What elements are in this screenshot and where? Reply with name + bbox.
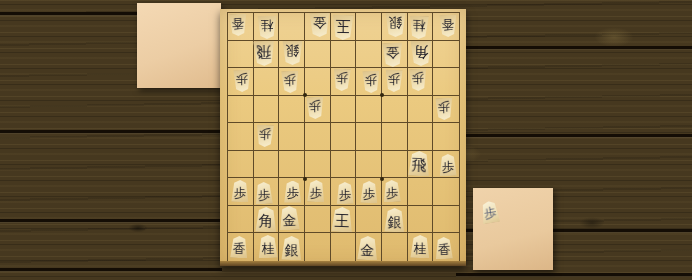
piece-kanji: 金 — [360, 239, 375, 257]
board-cell[interactable]: 銀 — [279, 41, 305, 69]
shogi-piece[interactable]: 歩 — [233, 70, 251, 92]
plank-seam — [0, 268, 222, 271]
captured-piece[interactable]: 歩 — [479, 200, 500, 225]
piece-kanji: 金 — [282, 209, 297, 227]
piece-kanji: 歩 — [310, 182, 323, 199]
shogi-piece[interactable]: 金 — [279, 206, 301, 231]
plank-seam — [456, 273, 692, 276]
board-cell[interactable] — [254, 96, 280, 124]
piece-kanji: 桂 — [261, 238, 274, 255]
board-cell[interactable]: 銀 — [279, 233, 305, 261]
board-cell[interactable] — [356, 13, 382, 41]
board-cell[interactable] — [279, 151, 305, 179]
shogi-piece[interactable]: 金 — [309, 13, 330, 37]
board-cell[interactable] — [228, 206, 254, 234]
shogi-piece[interactable]: 歩 — [361, 71, 379, 93]
shogi-piece[interactable]: 銀 — [282, 41, 303, 65]
board-cell[interactable]: 歩 — [228, 68, 254, 96]
piece-kanji: 香 — [438, 240, 451, 257]
board-cell[interactable] — [305, 206, 331, 234]
piece-kanji: 桂 — [260, 19, 273, 36]
board-cell[interactable]: 歩 — [356, 178, 382, 206]
board-cell[interactable] — [228, 96, 254, 124]
board-cell[interactable] — [228, 151, 254, 179]
board-cell[interactable] — [331, 233, 357, 261]
piece-kanji: 歩 — [388, 73, 401, 90]
board-cell[interactable] — [279, 96, 305, 124]
board-cell[interactable]: 歩 — [305, 96, 331, 124]
board-cell[interactable]: 角 — [408, 41, 434, 69]
gote-komadai[interactable] — [137, 3, 221, 88]
photo-canvas: 香桂金玉銀桂香飛銀金角歩歩歩歩歩歩歩歩歩飛歩歩歩歩歩歩歩歩角金王銀香桂銀金桂香 … — [0, 0, 692, 280]
piece-kanji: 香 — [232, 17, 245, 34]
piece-kanji: 角 — [413, 44, 428, 63]
board-cell[interactable] — [331, 41, 357, 69]
board-cell[interactable] — [408, 206, 434, 234]
board-cell[interactable] — [433, 68, 459, 96]
shogi-piece[interactable]: 歩 — [435, 98, 454, 121]
piece-kanji: 香 — [233, 239, 246, 256]
board-cell[interactable]: 銀 — [382, 13, 408, 41]
board-cell[interactable]: 歩 — [433, 151, 459, 179]
board-cell[interactable]: 桂 — [408, 13, 434, 41]
shogi-piece[interactable]: 歩 — [336, 181, 354, 203]
shogi-piece[interactable]: 金 — [381, 42, 403, 67]
shogi-board: 香桂金玉銀桂香飛銀金角歩歩歩歩歩歩歩歩歩飛歩歩歩歩歩歩歩歩角金王銀香桂銀金桂香 — [220, 9, 466, 266]
shogi-piece[interactable]: 金 — [357, 236, 379, 261]
shogi-piece[interactable]: 桂 — [257, 16, 277, 39]
board-cell[interactable]: 銀 — [382, 206, 408, 234]
board-cell[interactable] — [331, 151, 357, 179]
board-cell[interactable] — [408, 123, 434, 151]
star-point — [303, 177, 307, 181]
board-cell[interactable] — [356, 96, 382, 124]
piece-kanji: 歩 — [283, 74, 296, 91]
shogi-piece[interactable]: 角 — [410, 41, 432, 66]
board-cell[interactable] — [305, 151, 331, 179]
board-cell[interactable] — [331, 123, 357, 151]
shogi-piece[interactable]: 歩 — [333, 69, 352, 92]
piece-kanji: 歩 — [339, 184, 352, 201]
piece-kanji: 歩 — [257, 184, 270, 201]
board-cell[interactable] — [228, 123, 254, 151]
shogi-piece[interactable]: 歩 — [256, 125, 275, 148]
star-point — [303, 93, 307, 97]
shogi-piece[interactable]: 歩 — [409, 69, 428, 92]
board-cell[interactable]: 香 — [433, 233, 459, 261]
piece-kanji: 飛 — [411, 153, 427, 173]
shogi-piece[interactable]: 香 — [439, 15, 457, 37]
shogi-piece[interactable]: 歩 — [284, 181, 302, 203]
wood-knot — [125, 222, 151, 234]
plank-seam — [456, 134, 692, 137]
board-cell[interactable]: 玉 — [331, 13, 357, 41]
piece-kanji: 歩 — [411, 72, 424, 89]
board-cell[interactable]: 香 — [228, 13, 254, 41]
board-cell[interactable]: 飛 — [408, 151, 434, 179]
board-cell[interactable] — [356, 41, 382, 69]
board-cell[interactable] — [356, 123, 382, 151]
board-cell[interactable]: 歩 — [331, 68, 357, 96]
board-cell[interactable] — [433, 41, 459, 69]
star-point — [380, 177, 384, 181]
board-cell[interactable] — [382, 123, 408, 151]
board-cell[interactable] — [356, 151, 382, 179]
shogi-piece[interactable]: 玉 — [332, 15, 354, 40]
board-cell[interactable] — [382, 151, 408, 179]
piece-kanji: 香 — [442, 18, 455, 35]
shogi-piece[interactable]: 銀 — [385, 13, 406, 37]
piece-kanji: 桂 — [413, 238, 426, 255]
shogi-piece[interactable]: 歩 — [306, 97, 325, 120]
piece-kanji: 歩 — [483, 203, 498, 220]
board-cell[interactable]: 王 — [331, 206, 357, 234]
board-cell[interactable]: 歩 — [305, 178, 331, 206]
board-cell[interactable]: 歩 — [356, 68, 382, 96]
piece-kanji: 王 — [334, 209, 350, 229]
board-cell[interactable] — [305, 233, 331, 261]
shogi-piece[interactable]: 歩 — [255, 181, 274, 204]
shogi-piece[interactable]: 歩 — [307, 179, 326, 202]
board-cell[interactable]: 金 — [382, 41, 408, 69]
piece-kanji: 歩 — [286, 183, 299, 200]
board-cell[interactable]: 金 — [356, 233, 382, 261]
shogi-piece[interactable]: 桂 — [409, 15, 430, 39]
piece-kanji: 金 — [385, 46, 400, 64]
shogi-piece[interactable]: 歩 — [280, 71, 299, 94]
board-cell[interactable] — [279, 123, 305, 151]
shogi-piece[interactable]: 歩 — [439, 154, 457, 176]
piece-kanji: 歩 — [234, 182, 247, 199]
shogi-piece[interactable]: 歩 — [383, 179, 402, 202]
board-cell[interactable]: 金 — [279, 206, 305, 234]
board-cell[interactable] — [305, 123, 331, 151]
piece-kanji: 歩 — [364, 74, 377, 91]
piece-kanji: 金 — [312, 16, 326, 34]
shogi-piece[interactable]: 銀 — [281, 236, 302, 260]
piece-kanji: 歩 — [309, 99, 322, 116]
shogi-piece[interactable]: 歩 — [359, 180, 377, 202]
piece-kanji: 銀 — [387, 211, 401, 229]
board-cell[interactable] — [356, 206, 382, 234]
piece-kanji: 飛 — [256, 44, 272, 64]
board-cell[interactable] — [382, 233, 408, 261]
piece-kanji: 歩 — [335, 72, 348, 89]
board-cell[interactable] — [382, 96, 408, 124]
shogi-piece[interactable]: 角 — [255, 206, 277, 231]
board-cell[interactable] — [433, 123, 459, 151]
board-cell[interactable]: 歩 — [279, 178, 305, 206]
board-cell[interactable]: 歩 — [382, 178, 408, 206]
shogi-piece[interactable]: 香 — [229, 14, 248, 37]
shogi-piece[interactable]: 歩 — [231, 179, 249, 201]
plank-seam — [456, 46, 692, 49]
shogi-piece[interactable]: 飛 — [408, 150, 431, 176]
piece-kanji: 歩 — [362, 183, 375, 200]
board-cell[interactable] — [228, 41, 254, 69]
piece-kanji: 角 — [258, 210, 273, 229]
board-cell[interactable] — [305, 41, 331, 69]
shogi-piece[interactable]: 香 — [435, 237, 454, 260]
piece-kanji: 玉 — [335, 18, 350, 37]
board-cell[interactable] — [408, 178, 434, 206]
piece-kanji: 銀 — [285, 239, 299, 257]
board-cell[interactable]: 歩 — [228, 178, 254, 206]
shogi-piece[interactable]: 王 — [331, 206, 354, 232]
board-cell[interactable]: 香 — [433, 13, 459, 41]
board-cell[interactable]: 歩 — [382, 68, 408, 96]
board-cell[interactable]: 歩 — [433, 96, 459, 124]
board-cell[interactable]: 飛 — [254, 41, 280, 69]
board-cell[interactable] — [305, 68, 331, 96]
board-cell[interactable]: 桂 — [408, 233, 434, 261]
shogi-piece[interactable]: 歩 — [385, 70, 403, 92]
board-cell[interactable] — [433, 178, 459, 206]
board-cell[interactable]: 歩 — [254, 123, 280, 151]
piece-kanji: 歩 — [258, 128, 271, 145]
plank-seam — [0, 130, 222, 133]
board-grid: 香桂金玉銀桂香飛銀金角歩歩歩歩歩歩歩歩歩飛歩歩歩歩歩歩歩歩角金王銀香桂銀金桂香 — [227, 12, 460, 262]
board-cell[interactable] — [408, 96, 434, 124]
board-cell[interactable]: 歩 — [331, 178, 357, 206]
plank-seam — [0, 219, 222, 222]
shogi-piece[interactable]: 銀 — [384, 208, 405, 232]
board-cell[interactable] — [279, 13, 305, 41]
board-cell[interactable] — [254, 151, 280, 179]
piece-kanji: 歩 — [386, 182, 399, 199]
board-cell[interactable] — [331, 96, 357, 124]
shogi-piece[interactable]: 桂 — [410, 235, 430, 258]
board-cell[interactable] — [254, 68, 280, 96]
board-cell[interactable] — [433, 206, 459, 234]
board-cell[interactable]: 角 — [254, 206, 280, 234]
sente-komadai[interactable]: 歩 — [473, 188, 553, 270]
board-cell[interactable]: 歩 — [408, 68, 434, 96]
piece-kanji: 歩 — [236, 73, 249, 90]
piece-kanji: 歩 — [442, 157, 455, 174]
shogi-piece[interactable]: 香 — [230, 236, 249, 259]
star-point — [380, 93, 384, 97]
piece-kanji: 銀 — [286, 44, 300, 62]
board-cell[interactable]: 歩 — [279, 68, 305, 96]
shogi-piece[interactable]: 桂 — [258, 235, 278, 258]
piece-kanji: 銀 — [388, 16, 402, 34]
shogi-piece[interactable]: 飛 — [253, 41, 276, 67]
board-cell[interactable]: 桂 — [254, 233, 280, 261]
board-cell[interactable]: 香 — [228, 233, 254, 261]
board-cell[interactable]: 歩 — [254, 178, 280, 206]
piece-kanji: 桂 — [412, 19, 426, 36]
board-cell[interactable]: 金 — [305, 13, 331, 41]
piece-kanji: 歩 — [438, 100, 451, 117]
board-cell[interactable]: 桂 — [254, 13, 280, 41]
